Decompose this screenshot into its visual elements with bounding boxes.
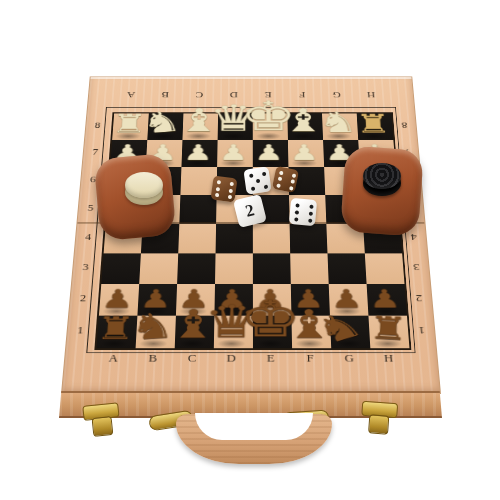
file-label-bottom-b: B — [143, 352, 163, 365]
square-b3 — [139, 253, 178, 284]
file-label-bottom-a: A — [103, 352, 124, 365]
rank-label-left-8: 8 — [88, 120, 106, 131]
rank-label-right-7: 7 — [397, 147, 416, 158]
square-d4 — [216, 224, 253, 254]
square-d5 — [216, 195, 253, 224]
square-e4 — [253, 224, 290, 254]
square-a4 — [104, 224, 143, 254]
piece-light-pawn-d7: ♟ — [218, 142, 248, 164]
clasp-right-hook — [368, 414, 389, 434]
square-f3 — [290, 253, 329, 284]
clasp-left — [82, 402, 122, 442]
clasp-left-hook — [92, 416, 114, 437]
square-d6 — [217, 167, 253, 195]
file-label-top-b: B — [156, 90, 174, 100]
file-label-bottom-f: F — [300, 352, 320, 365]
rank-label-right-2: 2 — [409, 292, 429, 305]
piece-light-pawn-f7: ♟ — [289, 142, 319, 164]
square-g5 — [325, 195, 363, 224]
piece-light-pawn-g7: ♟ — [324, 142, 354, 164]
square-b4 — [141, 224, 179, 254]
square-e5 — [253, 195, 290, 224]
fold-seam — [77, 222, 424, 223]
file-label-top-f: F — [294, 90, 311, 100]
square-b5 — [143, 195, 181, 224]
file-label-top-g: G — [328, 90, 346, 100]
rank-label-right-1: 1 — [411, 324, 431, 337]
piece-light-pawn-e7: ♟ — [254, 142, 284, 164]
piece-light-pawn-c7: ♟ — [183, 142, 213, 164]
file-label-top-a: A — [122, 90, 140, 100]
square-a5 — [106, 195, 144, 224]
square-g3 — [327, 253, 366, 284]
square-e3 — [253, 253, 291, 284]
rank-label-left-4: 4 — [78, 231, 97, 243]
rank-label-left-1: 1 — [70, 324, 90, 337]
file-label-bottom-c: C — [182, 352, 202, 365]
rank-label-left-5: 5 — [81, 202, 100, 214]
square-h5 — [361, 195, 399, 224]
chess-case-top: ♜♞♝♛♚♝♞♜♟♟♟♟♟♟♟♟♟♟♟♟♟♟♟♟♜♞♝♛♚♝♞♜ ABCDEFG… — [61, 77, 441, 394]
piece-light-pawn-b7: ♟ — [147, 142, 177, 164]
rank-label-left-7: 7 — [86, 147, 105, 158]
file-label-bottom-e: E — [261, 352, 281, 365]
piece-light-rook-h8: ♜ — [355, 111, 392, 137]
file-label-bottom-d: D — [221, 352, 241, 365]
rank-label-left-2: 2 — [73, 292, 93, 305]
rank-label-right-6: 6 — [400, 174, 419, 185]
piece-light-pawn-a7: ♟ — [112, 142, 143, 164]
square-e6 — [253, 167, 289, 195]
rank-label-left-3: 3 — [76, 261, 96, 273]
square-c5 — [179, 195, 216, 224]
rank-label-left-6: 6 — [84, 174, 103, 185]
rank-label-right-4: 4 — [404, 231, 423, 243]
file-label-top-h: H — [362, 90, 380, 100]
handle-gap — [195, 413, 313, 440]
square-a6 — [108, 167, 146, 195]
file-label-bottom-g: G — [339, 352, 359, 365]
clasp-right — [360, 401, 398, 439]
square-a3 — [101, 253, 141, 284]
square-d3 — [215, 253, 253, 284]
piece-dark-rook-h1: ♜ — [368, 312, 408, 346]
square-f6 — [288, 167, 325, 195]
square-g6 — [324, 167, 361, 195]
piece-light-pawn-h7: ♟ — [360, 142, 391, 164]
piece-light-knight-g8: ♞ — [318, 108, 358, 136]
square-f4 — [290, 224, 328, 254]
square-c4 — [178, 224, 216, 254]
square-c6 — [180, 167, 217, 195]
piece-dark-pawn-h2: ♟ — [368, 286, 401, 311]
product-photo: ♜♞♝♛♚♝♞♜♟♟♟♟♟♟♟♟♟♟♟♟♟♟♟♟♜♞♝♛♚♝♞♜ ABCDEFG… — [0, 0, 500, 500]
file-label-top-c: C — [191, 90, 208, 100]
carry-handle — [176, 414, 332, 464]
square-h4 — [363, 224, 402, 254]
rank-label-right-8: 8 — [395, 120, 413, 131]
file-label-bottom-h: H — [378, 352, 399, 365]
square-b6 — [144, 167, 181, 195]
rank-label-right-3: 3 — [406, 261, 426, 273]
rank-label-right-5: 5 — [402, 202, 421, 214]
square-h6 — [360, 167, 398, 195]
square-c3 — [177, 253, 215, 284]
square-g4 — [326, 224, 364, 254]
square-f5 — [289, 195, 326, 224]
square-h3 — [365, 253, 405, 284]
